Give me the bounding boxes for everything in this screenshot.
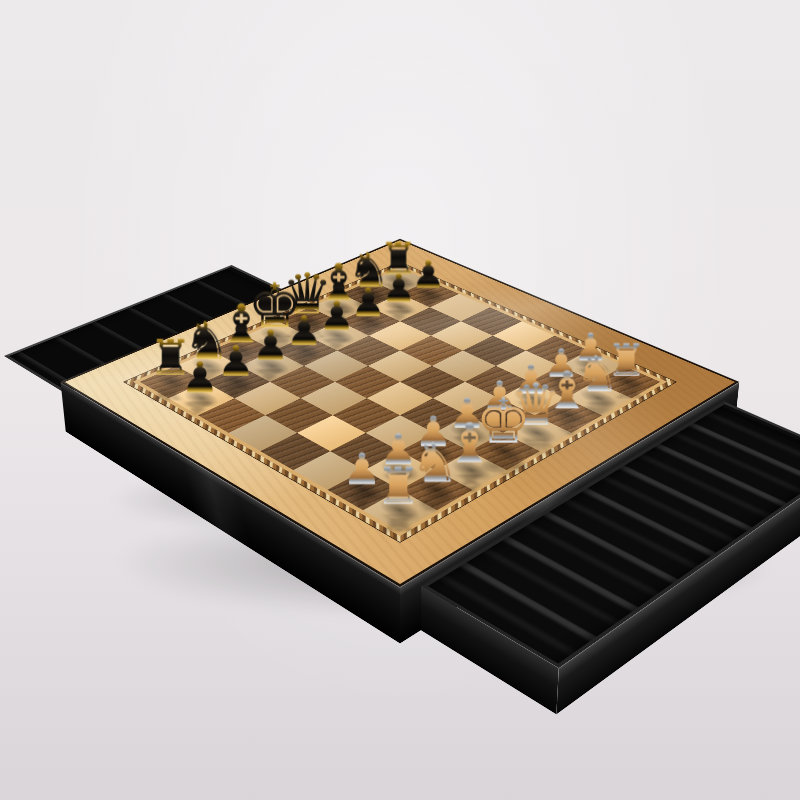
white-rook-glyph: ♜ <box>347 460 449 511</box>
piece-gloss-reflection: ♟ <box>150 399 246 417</box>
black-pawn-glyph: ♟ <box>154 356 246 399</box>
piece-gloss-reflection: ♜ <box>346 511 451 535</box>
product-photo-backdrop: ♜♜♞♞♝♝♛♛♚♚♝♝♞♞♜♜♟♟♟♟♟♟♟♟♟♟♟♟♟♟♟♟♟♟♟♟♟♟♟♟… <box>0 0 800 800</box>
